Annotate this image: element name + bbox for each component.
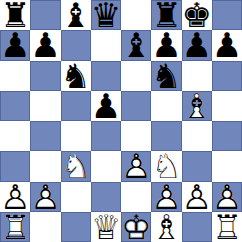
piece-white-knight: ♞♘ xyxy=(151,151,181,181)
square-h1[interactable]: ♜♖ xyxy=(212,212,242,242)
piece-black-rook: ♜ xyxy=(0,0,30,30)
piece-white-pawn: ♟♙ xyxy=(212,182,242,212)
square-a7[interactable]: ♟ xyxy=(0,30,30,60)
square-b4[interactable] xyxy=(30,121,60,151)
square-b2[interactable]: ♟♙ xyxy=(30,182,60,212)
square-g8[interactable]: ♚ xyxy=(182,0,212,30)
square-f5[interactable] xyxy=(151,91,181,121)
square-d4[interactable] xyxy=(91,121,121,151)
piece-black-pawn: ♟ xyxy=(212,30,242,60)
piece-black-knight: ♞ xyxy=(61,61,91,91)
square-a8[interactable]: ♜ xyxy=(0,0,30,30)
piece-white-pawn: ♟♙ xyxy=(0,182,30,212)
square-c8[interactable]: ♝ xyxy=(61,0,91,30)
piece-white-knight: ♞♘ xyxy=(61,151,91,181)
piece-black-rook: ♜ xyxy=(151,0,181,30)
square-c5[interactable] xyxy=(61,91,91,121)
square-c1[interactable] xyxy=(61,212,91,242)
square-a2[interactable]: ♟♙ xyxy=(0,182,30,212)
square-h7[interactable]: ♟ xyxy=(212,30,242,60)
square-a6[interactable] xyxy=(0,61,30,91)
square-e4[interactable] xyxy=(121,121,151,151)
square-h6[interactable] xyxy=(212,61,242,91)
piece-white-pawn: ♟♙ xyxy=(182,182,212,212)
square-f7[interactable]: ♟ xyxy=(151,30,181,60)
piece-black-pawn: ♟ xyxy=(0,30,30,60)
square-h4[interactable] xyxy=(212,121,242,151)
square-e2[interactable] xyxy=(121,182,151,212)
square-h2[interactable]: ♟♙ xyxy=(212,182,242,212)
square-g2[interactable]: ♟♙ xyxy=(182,182,212,212)
square-b6[interactable] xyxy=(30,61,60,91)
square-c2[interactable] xyxy=(61,182,91,212)
piece-white-queen: ♛♕ xyxy=(91,212,121,242)
square-f8[interactable]: ♜ xyxy=(151,0,181,30)
square-a1[interactable]: ♜♖ xyxy=(0,212,30,242)
square-d7[interactable] xyxy=(91,30,121,60)
piece-white-pawn: ♟♙ xyxy=(30,182,60,212)
square-e3[interactable]: ♟♙ xyxy=(121,151,151,181)
square-c3[interactable]: ♞♘ xyxy=(61,151,91,181)
piece-black-bishop: ♝ xyxy=(61,0,91,30)
square-a3[interactable] xyxy=(0,151,30,181)
square-d3[interactable] xyxy=(91,151,121,181)
square-f1[interactable]: ♝♗ xyxy=(151,212,181,242)
square-b3[interactable] xyxy=(30,151,60,181)
piece-black-queen: ♛ xyxy=(91,0,121,30)
piece-black-pawn: ♟ xyxy=(151,30,181,60)
square-b5[interactable] xyxy=(30,91,60,121)
piece-white-rook: ♜♖ xyxy=(212,212,242,242)
piece-black-bishop: ♝ xyxy=(121,30,151,60)
square-g6[interactable] xyxy=(182,61,212,91)
piece-white-pawn: ♟♙ xyxy=(121,151,151,181)
piece-black-pawn: ♟ xyxy=(91,91,121,121)
square-e1[interactable]: ♚♔ xyxy=(121,212,151,242)
square-d5[interactable]: ♟ xyxy=(91,91,121,121)
square-d6[interactable] xyxy=(91,61,121,91)
piece-black-pawn: ♟ xyxy=(182,30,212,60)
square-b1[interactable] xyxy=(30,212,60,242)
square-e5[interactable] xyxy=(121,91,151,121)
piece-black-knight: ♞ xyxy=(151,61,181,91)
square-h5[interactable] xyxy=(212,91,242,121)
square-h8[interactable] xyxy=(212,0,242,30)
square-g4[interactable] xyxy=(182,121,212,151)
square-d1[interactable]: ♛♕ xyxy=(91,212,121,242)
chess-board: ♜♝♛♜♚♟♟♝♟♟♟♞♞♟♝♗♞♘♟♙♞♘♟♙♟♙♟♙♟♙♟♙♜♖♛♕♚♔♝♗… xyxy=(0,0,242,242)
square-f4[interactable] xyxy=(151,121,181,151)
piece-white-bishop: ♝♗ xyxy=(182,91,212,121)
square-c7[interactable] xyxy=(61,30,91,60)
piece-black-pawn: ♟ xyxy=(30,30,60,60)
square-g1[interactable] xyxy=(182,212,212,242)
square-c6[interactable]: ♞ xyxy=(61,61,91,91)
square-e8[interactable] xyxy=(121,0,151,30)
piece-white-rook: ♜♖ xyxy=(0,212,30,242)
square-e6[interactable] xyxy=(121,61,151,91)
piece-white-king: ♚♔ xyxy=(121,212,151,242)
square-d8[interactable]: ♛ xyxy=(91,0,121,30)
square-c4[interactable] xyxy=(61,121,91,151)
square-h3[interactable] xyxy=(212,151,242,181)
square-a4[interactable] xyxy=(0,121,30,151)
piece-white-bishop: ♝♗ xyxy=(151,212,181,242)
piece-white-pawn: ♟♙ xyxy=(151,182,181,212)
piece-black-king: ♚ xyxy=(182,0,212,30)
square-g5[interactable]: ♝♗ xyxy=(182,91,212,121)
square-f3[interactable]: ♞♘ xyxy=(151,151,181,181)
square-e7[interactable]: ♝ xyxy=(121,30,151,60)
square-f6[interactable]: ♞ xyxy=(151,61,181,91)
square-d2[interactable] xyxy=(91,182,121,212)
square-b7[interactable]: ♟ xyxy=(30,30,60,60)
square-b8[interactable] xyxy=(30,0,60,30)
square-g3[interactable] xyxy=(182,151,212,181)
square-g7[interactable]: ♟ xyxy=(182,30,212,60)
square-a5[interactable] xyxy=(0,91,30,121)
square-f2[interactable]: ♟♙ xyxy=(151,182,181,212)
